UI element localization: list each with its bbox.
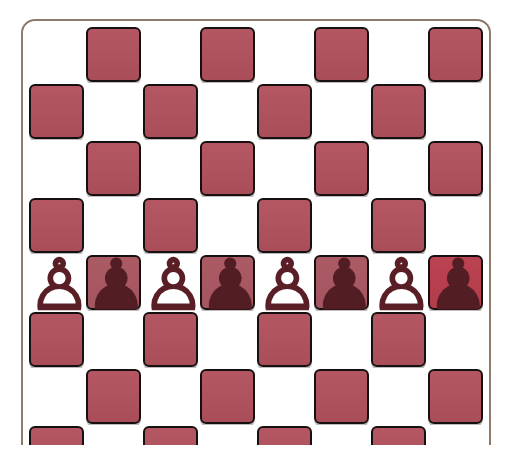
square-c8[interactable] bbox=[142, 26, 199, 83]
square-f7[interactable] bbox=[313, 83, 370, 140]
square-d6[interactable] bbox=[200, 141, 255, 196]
square-c3[interactable] bbox=[143, 312, 198, 367]
square-h4[interactable]: ♟ bbox=[428, 255, 483, 310]
square-a2[interactable] bbox=[28, 368, 85, 425]
square-h2[interactable] bbox=[428, 369, 483, 424]
square-c7[interactable] bbox=[143, 84, 198, 139]
square-f8[interactable] bbox=[314, 27, 369, 82]
square-f1[interactable] bbox=[313, 425, 370, 445]
square-c2[interactable] bbox=[142, 368, 199, 425]
square-d7[interactable] bbox=[199, 83, 256, 140]
square-h7[interactable] bbox=[427, 83, 484, 140]
square-c6[interactable] bbox=[142, 140, 199, 197]
square-f4[interactable]: ♟ bbox=[314, 255, 369, 310]
white-pawn[interactable]: ♙ bbox=[256, 257, 313, 314]
square-b6[interactable] bbox=[86, 141, 141, 196]
square-d3[interactable] bbox=[199, 311, 256, 368]
board-clip: ♙♟♙♟♙♟♙♟ bbox=[0, 0, 516, 445]
black-pawn[interactable]: ♟ bbox=[199, 257, 256, 314]
square-g7[interactable] bbox=[371, 84, 426, 139]
black-pawn[interactable]: ♟ bbox=[313, 257, 370, 314]
square-b7[interactable] bbox=[85, 83, 142, 140]
square-b1[interactable] bbox=[85, 425, 142, 445]
square-e1[interactable] bbox=[257, 426, 312, 445]
square-a8[interactable] bbox=[28, 26, 85, 83]
square-g6[interactable] bbox=[370, 140, 427, 197]
square-h8[interactable] bbox=[428, 27, 483, 82]
black-pawn[interactable]: ♟ bbox=[85, 257, 142, 314]
square-f2[interactable] bbox=[314, 369, 369, 424]
square-d1[interactable] bbox=[199, 425, 256, 445]
square-g3[interactable] bbox=[371, 312, 426, 367]
square-e4[interactable]: ♙ bbox=[256, 254, 313, 311]
square-e2[interactable] bbox=[256, 368, 313, 425]
white-pawn[interactable]: ♙ bbox=[142, 257, 199, 314]
chess-board-frame: ♙♟♙♟♙♟♙♟ bbox=[21, 19, 491, 445]
square-h1[interactable] bbox=[427, 425, 484, 445]
square-f3[interactable] bbox=[313, 311, 370, 368]
square-c4[interactable]: ♙ bbox=[142, 254, 199, 311]
square-a1[interactable] bbox=[29, 426, 84, 445]
square-e7[interactable] bbox=[257, 84, 312, 139]
square-e6[interactable] bbox=[256, 140, 313, 197]
square-h3[interactable] bbox=[427, 311, 484, 368]
square-a3[interactable] bbox=[29, 312, 84, 367]
square-a7[interactable] bbox=[29, 84, 84, 139]
square-c1[interactable] bbox=[143, 426, 198, 445]
white-pawn[interactable]: ♙ bbox=[370, 257, 427, 314]
square-g1[interactable] bbox=[371, 426, 426, 445]
white-pawn[interactable]: ♙ bbox=[28, 257, 85, 314]
square-e8[interactable] bbox=[256, 26, 313, 83]
square-b3[interactable] bbox=[85, 311, 142, 368]
black-pawn[interactable]: ♟ bbox=[427, 257, 484, 314]
square-h6[interactable] bbox=[428, 141, 483, 196]
square-e3[interactable] bbox=[257, 312, 312, 367]
square-a4[interactable]: ♙ bbox=[28, 254, 85, 311]
square-a6[interactable] bbox=[28, 140, 85, 197]
square-d4[interactable]: ♟ bbox=[200, 255, 255, 310]
square-g2[interactable] bbox=[370, 368, 427, 425]
square-f6[interactable] bbox=[314, 141, 369, 196]
square-g4[interactable]: ♙ bbox=[370, 254, 427, 311]
square-b8[interactable] bbox=[86, 27, 141, 82]
square-b2[interactable] bbox=[86, 369, 141, 424]
chess-board[interactable]: ♙♟♙♟♙♟♙♟ bbox=[28, 26, 484, 445]
square-d8[interactable] bbox=[200, 27, 255, 82]
square-d2[interactable] bbox=[200, 369, 255, 424]
square-g8[interactable] bbox=[370, 26, 427, 83]
square-b4[interactable]: ♟ bbox=[86, 255, 141, 310]
